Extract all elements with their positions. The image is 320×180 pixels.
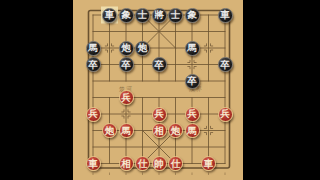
board-point[interactable]: 馬	[118, 122, 135, 139]
board-point[interactable]	[85, 7, 102, 24]
board-point[interactable]	[85, 73, 102, 90]
piece-black-horse[interactable]: 馬	[86, 41, 101, 56]
piece-red-advisor[interactable]: 仕	[135, 156, 150, 171]
board-point[interactable]	[85, 89, 102, 106]
board-point[interactable]	[217, 122, 234, 139]
board-point[interactable]: 將	[151, 7, 168, 24]
board-point[interactable]: 兵	[151, 106, 168, 123]
piece-black-soldier[interactable]: 卒	[218, 57, 233, 72]
board-point[interactable]	[134, 23, 151, 40]
piece-black-chariot[interactable]: 車	[218, 8, 233, 23]
board-point[interactable]: 仕	[167, 155, 184, 172]
board-point[interactable]	[167, 139, 184, 156]
board-point[interactable]	[217, 89, 234, 106]
piece-red-horse[interactable]: 馬	[185, 123, 200, 138]
piece-red-general[interactable]: 帥	[152, 156, 167, 171]
board-point[interactable]	[101, 89, 118, 106]
board-point[interactable]: 炮	[134, 40, 151, 57]
board-point[interactable]	[85, 139, 102, 156]
board-point[interactable]	[134, 73, 151, 90]
board-point[interactable]	[101, 139, 118, 156]
board-point[interactable]	[118, 139, 135, 156]
board-point[interactable]: 卒	[85, 56, 102, 73]
board-point[interactable]: 炮	[167, 122, 184, 139]
board-point[interactable]: 士	[134, 7, 151, 24]
board-point[interactable]	[200, 7, 217, 24]
piece-red-soldier[interactable]: 兵	[218, 107, 233, 122]
board-point[interactable]: 卒	[151, 56, 168, 73]
piece-black-horse[interactable]: 馬	[185, 41, 200, 56]
board-point[interactable]	[217, 40, 234, 57]
board-point[interactable]: 車	[200, 155, 217, 172]
board-point[interactable]: 相	[151, 122, 168, 139]
piece-black-soldier[interactable]: 卒	[119, 57, 134, 72]
board-point[interactable]	[118, 23, 135, 40]
board-point[interactable]	[134, 56, 151, 73]
board-point[interactable]	[134, 89, 151, 106]
board-point[interactable]	[200, 89, 217, 106]
board-point[interactable]: 炮	[118, 40, 135, 57]
board-point[interactable]: 士	[167, 7, 184, 24]
piece-red-chariot[interactable]: 車	[201, 156, 216, 171]
board-point[interactable]	[151, 40, 168, 57]
piece-black-elephant[interactable]: 象	[119, 8, 134, 23]
board-point[interactable]	[118, 73, 135, 90]
piece-red-soldier[interactable]: 兵	[86, 107, 101, 122]
board-point[interactable]: 象	[118, 7, 135, 24]
piece-red-advisor[interactable]: 仕	[168, 156, 183, 171]
board-point[interactable]	[167, 23, 184, 40]
piece-black-advisor[interactable]: 士	[168, 8, 183, 23]
board-point[interactable]	[85, 23, 102, 40]
piece-black-cannon[interactable]: 炮	[119, 41, 134, 56]
board-point[interactable]	[134, 122, 151, 139]
board-point[interactable]	[200, 23, 217, 40]
board-point[interactable]	[184, 139, 201, 156]
piece-red-soldier[interactable]: 兵	[119, 90, 134, 105]
board-point[interactable]	[217, 155, 234, 172]
board-point[interactable]: 兵	[118, 89, 135, 106]
board-point[interactable]	[167, 40, 184, 57]
piece-red-soldier[interactable]: 兵	[185, 107, 200, 122]
board-point[interactable]: 馬	[184, 122, 201, 139]
piece-black-chariot[interactable]: 車	[102, 8, 117, 23]
board-point[interactable]	[101, 106, 118, 123]
piece-black-cannon[interactable]: 炮	[135, 41, 150, 56]
board-point[interactable]: 馬	[85, 40, 102, 57]
piece-red-horse[interactable]: 馬	[119, 123, 134, 138]
board-point[interactable]	[151, 23, 168, 40]
piece-black-soldier[interactable]: 卒	[152, 57, 167, 72]
piece-red-elephant[interactable]: 相	[119, 156, 134, 171]
board-point[interactable]: 相	[118, 155, 135, 172]
board-point[interactable]	[151, 89, 168, 106]
board-point[interactable]: 車	[85, 155, 102, 172]
piece-black-soldier[interactable]: 卒	[185, 74, 200, 89]
board-point[interactable]	[217, 139, 234, 156]
board-point[interactable]	[151, 139, 168, 156]
board-point[interactable]	[184, 155, 201, 172]
board-point[interactable]	[167, 89, 184, 106]
board-point[interactable]: 帥	[151, 155, 168, 172]
board-point[interactable]	[101, 73, 118, 90]
board-point[interactable]	[184, 89, 201, 106]
board-point[interactable]	[151, 73, 168, 90]
board-point[interactable]: 馬	[184, 40, 201, 57]
board-point[interactable]	[200, 56, 217, 73]
board-point[interactable]: 車	[217, 7, 234, 24]
board-point[interactable]: 兵	[85, 106, 102, 123]
piece-red-chariot[interactable]: 車	[86, 156, 101, 171]
board-point[interactable]	[118, 106, 135, 123]
board-point[interactable]	[184, 23, 201, 40]
piece-red-cannon[interactable]: 炮	[102, 123, 117, 138]
board-point[interactable]: 卒	[217, 56, 234, 73]
board-point[interactable]: 卒	[184, 73, 201, 90]
board-point[interactable]: 象	[184, 7, 201, 24]
board-point[interactable]	[200, 40, 217, 57]
board-point[interactable]	[101, 40, 118, 57]
board-point[interactable]	[200, 73, 217, 90]
board-point[interactable]: 兵	[217, 106, 234, 123]
piece-black-general[interactable]: 將	[152, 8, 167, 23]
piece-black-elephant[interactable]: 象	[185, 8, 200, 23]
board-point[interactable]	[101, 56, 118, 73]
board-point[interactable]: 車	[101, 7, 118, 24]
board-point[interactable]	[184, 56, 201, 73]
video-frame: 楚河 漢界 車象士將士象車馬炮炮馬卒卒卒卒卒兵兵兵兵兵炮馬相炮馬車相仕帥仕車	[0, 0, 320, 180]
board-point[interactable]: 仕	[134, 155, 151, 172]
piece-red-elephant[interactable]: 相	[152, 123, 167, 138]
xiangqi-board: 車象士將士象車馬炮炮馬卒卒卒卒卒兵兵兵兵兵炮馬相炮馬車相仕帥仕車	[85, 7, 234, 172]
board-point[interactable]	[167, 56, 184, 73]
piece-red-soldier[interactable]: 兵	[152, 107, 167, 122]
board-point[interactable]	[200, 106, 217, 123]
board-point[interactable]: 炮	[101, 122, 118, 139]
board-point[interactable]	[217, 73, 234, 90]
board-point[interactable]	[101, 23, 118, 40]
board-point[interactable]	[167, 73, 184, 90]
board-point[interactable]	[101, 155, 118, 172]
board-point[interactable]	[134, 106, 151, 123]
board-point[interactable]	[200, 122, 217, 139]
piece-black-soldier[interactable]: 卒	[86, 57, 101, 72]
board-point[interactable]	[200, 139, 217, 156]
board-point[interactable]: 卒	[118, 56, 135, 73]
board-point[interactable]	[217, 23, 234, 40]
board-point[interactable]	[167, 106, 184, 123]
piece-black-advisor[interactable]: 士	[135, 8, 150, 23]
board-point[interactable]	[134, 139, 151, 156]
board-point[interactable]: 兵	[184, 106, 201, 123]
piece-red-cannon[interactable]: 炮	[168, 123, 183, 138]
board-point[interactable]	[85, 122, 102, 139]
